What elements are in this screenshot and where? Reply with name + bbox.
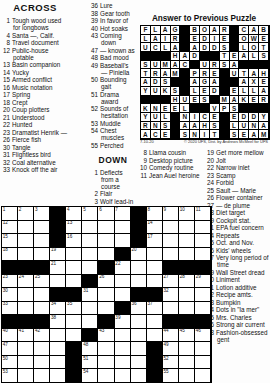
answer-letter-cell: E [259, 78, 269, 87]
answer-letter-cell: L [190, 87, 200, 96]
answer-letter: A [249, 69, 258, 77]
grid-cell[interactable]: 6 [98, 207, 114, 221]
clue-down-2: 2Flair [90, 190, 136, 197]
grid-cell[interactable] [163, 248, 179, 262]
answer-letter: P [220, 104, 229, 112]
answer-letter-cell: L [239, 43, 249, 52]
grid-cell[interactable]: 50 [2, 356, 18, 370]
grid-cell[interactable] [115, 342, 131, 356]
answer-letter: M [259, 130, 268, 138]
grid-cell[interactable] [98, 302, 114, 316]
clue-across-4: 4Santa —, Calif. [2, 32, 68, 39]
grid-cell[interactable] [82, 315, 98, 329]
grid-cell[interactable]: 44 [163, 329, 179, 343]
grid-cell[interactable] [98, 356, 114, 370]
answer-letter-cell: D [239, 113, 249, 122]
grid-cell[interactable] [34, 288, 50, 302]
grid-cell[interactable] [50, 356, 66, 370]
cell-number: 29 [196, 274, 201, 279]
answer-letter: S [180, 130, 189, 138]
clue-number: 53 [90, 120, 98, 127]
grid-cell[interactable]: 32 [163, 288, 179, 302]
grid-cell[interactable] [50, 329, 66, 343]
grid-cell[interactable]: 22 [115, 261, 131, 275]
clue-down-23: 23Scamp [206, 172, 270, 179]
grid-cell[interactable] [82, 234, 98, 248]
answer-letter-cell: E [249, 96, 259, 105]
grid-cell[interactable] [147, 329, 163, 343]
cell-number: 11 [196, 207, 201, 212]
answer-black-cell [180, 69, 190, 78]
grid-cell[interactable]: 53 [2, 369, 18, 383]
clue-across-32: 32Coal alternative [2, 159, 68, 166]
answer-letter: K [161, 87, 170, 95]
grid-cell[interactable] [34, 221, 50, 235]
grid-cell[interactable] [115, 356, 131, 370]
answer-letter: X [249, 78, 258, 86]
grid-cell[interactable] [98, 248, 114, 262]
grid-cell[interactable] [147, 248, 163, 262]
clue-across-21: 21Understood [2, 114, 68, 121]
grid-cell[interactable] [179, 302, 195, 316]
grid-cell[interactable] [163, 302, 179, 316]
grid-cell[interactable] [98, 369, 114, 383]
answer-black-cell [151, 96, 161, 105]
grid-cell[interactable]: 47 [2, 342, 18, 356]
answer-letter-cell: L [230, 122, 240, 131]
answer-letter: B [190, 26, 199, 34]
grid-cell[interactable]: 27 [163, 275, 179, 289]
answer-letter: A [239, 78, 248, 86]
grid-cell[interactable] [34, 356, 50, 370]
answer-letter-cell: A [151, 35, 161, 44]
grid-cell[interactable]: 2 [18, 207, 34, 221]
grid-cell[interactable] [50, 342, 66, 356]
answer-letter: U [239, 122, 248, 130]
answer-letter: R [151, 69, 160, 77]
clue-down-46: 46Strong air current [206, 321, 270, 328]
cell-number: 42 [35, 328, 40, 333]
answer-letter: A [230, 61, 239, 69]
grid-cell[interactable]: 9 [163, 207, 179, 221]
grid-cell[interactable]: 17 [147, 234, 163, 248]
grid-cell[interactable] [18, 302, 34, 316]
answer-letter-cell: L [249, 52, 259, 61]
grid-cell[interactable] [18, 221, 34, 235]
grid-cell[interactable]: 40 [2, 329, 18, 343]
grid-cell[interactable]: 15 [2, 234, 18, 248]
grid-cell[interactable] [66, 248, 82, 262]
grid-cell[interactable] [195, 356, 211, 370]
grid-cell[interactable] [18, 288, 34, 302]
clue-number: 25 [206, 187, 214, 194]
grid-cell[interactable]: 19 [50, 248, 66, 262]
answer-letter-cell: S [161, 78, 171, 87]
grid-cell[interactable] [195, 369, 211, 383]
grid-cell[interactable] [179, 356, 195, 370]
grid-cell[interactable]: 49 [163, 342, 179, 356]
grid-cell[interactable] [131, 369, 147, 383]
grid-cell[interactable]: 30 [2, 288, 18, 302]
grid-cell[interactable] [179, 369, 195, 383]
answer-letter: A [161, 26, 170, 34]
answer-letter-cell: V [210, 104, 220, 113]
grid-cell[interactable]: 20 [131, 248, 147, 262]
answer-letter: F [141, 26, 150, 34]
grid-cell[interactable] [131, 315, 147, 329]
cell-number: 18 [3, 247, 8, 252]
grid-cell[interactable]: 26 [98, 275, 114, 289]
black-cell [2, 315, 18, 329]
answer-letter-cell: E [190, 35, 200, 44]
black-cell [147, 356, 163, 370]
clue-number: 51 [90, 91, 98, 98]
grid-cell[interactable] [18, 342, 34, 356]
puzzle-grid: 1234567891011121314151617181920212223242… [1, 206, 212, 383]
answer-letter-cell: N [249, 122, 259, 131]
clue-number: 47 [90, 47, 98, 54]
answer-letter: A [171, 61, 180, 69]
clue-down-24: 24Forbid [206, 179, 270, 186]
answer-letter: R [259, 96, 268, 104]
clue-number: 36 [90, 2, 98, 9]
grid-cell[interactable] [18, 234, 34, 248]
grid-cell[interactable] [147, 275, 163, 289]
grid-cell[interactable] [179, 342, 195, 356]
grid-cell[interactable]: 7 [115, 207, 131, 221]
grid-cell[interactable]: 1 [2, 207, 18, 221]
answer-letter: O [249, 43, 258, 51]
clue-number: 22 [206, 164, 214, 171]
clue-number: 31 [2, 151, 10, 158]
grid-cell[interactable]: 35 [66, 302, 82, 316]
answer-letter-cell: R [220, 26, 230, 35]
grid-cell[interactable] [179, 248, 195, 262]
black-cell [34, 261, 50, 275]
answer-letter-cell: P [190, 69, 200, 78]
clue-number: 23 [2, 129, 10, 136]
answer-letter-cell: R [200, 69, 210, 78]
clue-across-22: 22Hunted [2, 121, 68, 128]
grid-cell[interactable] [18, 248, 34, 262]
answer-letter-cell: E [200, 87, 210, 96]
grid-cell[interactable]: 41 [18, 329, 34, 343]
grid-cell[interactable]: 16 [66, 234, 82, 248]
answer-letter-cell: E [190, 96, 200, 105]
clue-number: 21 [2, 114, 10, 121]
answer-letter-cell: L [249, 87, 259, 96]
grid-cell[interactable]: 45 [179, 329, 195, 343]
grid-cell[interactable] [98, 221, 114, 235]
grid-cell[interactable]: 12 [2, 221, 18, 235]
cell-number: 23 [3, 274, 8, 279]
grid-cell[interactable]: 39 [115, 315, 131, 329]
answer-letter-cell: H [171, 52, 181, 61]
grid-cell[interactable]: 14 [147, 221, 163, 235]
grid-cell[interactable] [50, 369, 66, 383]
black-cell [195, 315, 211, 329]
grid-cell[interactable] [195, 248, 211, 262]
clue-across-38: 38Gear tooth [90, 10, 136, 17]
answer-letter: D [200, 35, 209, 43]
grid-cell[interactable]: 43 [98, 329, 114, 343]
answer-black-cell [171, 122, 181, 131]
grid-cell[interactable] [18, 369, 34, 383]
grid-cell[interactable] [34, 342, 50, 356]
answer-letter-cell: A [141, 130, 151, 139]
answer-letter-cell: L [161, 113, 171, 122]
grid-cell[interactable] [115, 329, 131, 343]
clue-across-26: 26Fierce fish [2, 136, 68, 143]
cell-number: 19 [51, 247, 56, 252]
answer-letter-cell: U [230, 69, 240, 78]
clue-across-30: 30Tangle [2, 144, 68, 151]
clue-number: 50 [90, 76, 98, 83]
answer-letter-cell: A [249, 69, 259, 78]
answer-letter: N [249, 122, 258, 130]
answer-letter-cell: C [151, 130, 161, 139]
answer-letter: E [259, 35, 268, 43]
answer-letter-cell: O [200, 26, 210, 35]
grid-cell[interactable]: 51 [82, 356, 98, 370]
grid-cell[interactable]: 37 [147, 302, 163, 316]
answer-letter-cell: L [180, 104, 190, 113]
grid-cell[interactable]: 36 [131, 302, 147, 316]
answer-black-cell [230, 26, 240, 35]
cell-number: 33 [3, 301, 8, 306]
clue-number: 17 [2, 91, 10, 98]
cell-number: 36 [131, 301, 136, 306]
black-cell [179, 261, 195, 275]
down-header: DOWN [90, 155, 136, 165]
black-cell [131, 221, 147, 235]
answer-letter: U [141, 43, 150, 51]
across-clues-part1: 1Tough wood used for longbows4Santa —, C… [2, 17, 68, 173]
answer-letter: D [151, 78, 160, 86]
grid-cell[interactable] [34, 369, 50, 383]
grid-cell[interactable] [50, 275, 66, 289]
answer-letter-cell: H [171, 96, 181, 105]
answer-letter: A [230, 96, 239, 104]
grid-cell[interactable]: 10 [179, 207, 195, 221]
grid-cell[interactable] [115, 275, 131, 289]
answer-letter-cell: D [210, 43, 220, 52]
grid-cell[interactable]: 8 [147, 207, 163, 221]
clue-across-13: 13Basin companion [2, 61, 68, 68]
answer-letter-cell: L [141, 35, 151, 44]
answer-letter: S [210, 122, 219, 130]
answer-letter-cell: F [141, 26, 151, 35]
cell-number: 21 [51, 261, 56, 266]
answer-letter: K [239, 96, 248, 104]
grid-cell[interactable] [82, 302, 98, 316]
answer-letter-cell: A [190, 78, 200, 87]
answer-letter-cell: D [200, 43, 210, 52]
grid-cell[interactable]: 42 [34, 329, 50, 343]
cell-number: 32 [164, 288, 169, 293]
grid-cell[interactable] [115, 221, 131, 235]
grid-cell[interactable]: 3 [34, 207, 50, 221]
answer-letter-cell: U [180, 96, 190, 105]
answer-letter: S [230, 104, 239, 112]
cell-number: 1 [3, 207, 6, 212]
answer-letter-cell: I [161, 35, 171, 44]
grid-cell[interactable] [34, 234, 50, 248]
grid-cell[interactable] [115, 369, 131, 383]
answer-letter: D [249, 113, 258, 121]
grid-cell[interactable] [66, 329, 82, 343]
answer-letter-cell: A [180, 52, 190, 61]
answer-letter-cell: S [171, 87, 181, 96]
clue-down-29: 29Cockpit stat. [206, 217, 270, 224]
cell-number: 16 [67, 234, 72, 239]
clue-down-28: 28Diet target [206, 209, 270, 216]
black-cell [2, 261, 18, 275]
cell-number: 12 [3, 220, 8, 225]
grid-cell[interactable]: 38 [50, 315, 66, 329]
answer-letter-cell: W [249, 35, 259, 44]
clue-number: 49 [90, 62, 98, 69]
answer-letter: R [200, 69, 209, 77]
grid-cell[interactable]: 54 [82, 369, 98, 383]
answer-letter-cell: A [259, 87, 269, 96]
answer-letter: E [190, 96, 199, 104]
grid-cell[interactable]: 25 [34, 275, 50, 289]
grid-cell[interactable] [179, 288, 195, 302]
answer-letter: L [180, 104, 189, 112]
grid-cell[interactable]: 46 [195, 329, 211, 343]
grid-cell[interactable]: 28 [179, 275, 195, 289]
answer-letter-cell: S [230, 130, 240, 139]
clue-across-36: 36Lure [90, 2, 136, 9]
clue-number: 22 [2, 121, 10, 128]
answer-letter-cell: T [259, 43, 269, 52]
cell-number: 49 [164, 342, 169, 347]
answer-black-cell [141, 96, 151, 105]
grid-cell[interactable]: 52 [163, 356, 179, 370]
grid-cell[interactable] [34, 302, 50, 316]
answer-letter-cell: I [190, 113, 200, 122]
grid-cell[interactable] [195, 302, 211, 316]
grid-cell[interactable] [131, 261, 147, 275]
answer-letter-cell: D [151, 78, 161, 87]
cell-number: 10 [180, 207, 185, 212]
grid-cell[interactable] [115, 288, 131, 302]
grid-cell[interactable]: 29 [195, 275, 211, 289]
cell-number: 34 [51, 301, 56, 306]
grid-cell[interactable]: 31 [82, 288, 98, 302]
grid-cell[interactable] [195, 221, 211, 235]
grid-cell[interactable] [179, 221, 195, 235]
grid-cell[interactable] [115, 234, 131, 248]
grid-cell[interactable]: 5 [82, 207, 98, 221]
black-cell [66, 342, 82, 356]
grid-cell[interactable]: 21 [50, 261, 66, 275]
answer-letter-cell: N [180, 113, 190, 122]
answer-letter-cell: A [230, 61, 240, 70]
answer-letter: D [239, 113, 248, 121]
answer-letter-cell: S [161, 122, 171, 131]
answer-letter: L [239, 43, 248, 51]
grid-cell[interactable] [82, 248, 98, 262]
answer-letter: S [220, 43, 229, 51]
grid-cell[interactable] [131, 329, 147, 343]
answer-letter: V [210, 104, 219, 112]
grid-cell[interactable] [82, 261, 98, 275]
grid-cell[interactable] [147, 261, 163, 275]
answer-black-cell [161, 96, 171, 105]
grid-cell[interactable] [98, 342, 114, 356]
grid-cell[interactable] [66, 315, 82, 329]
grid-cell[interactable] [163, 234, 179, 248]
cell-number: 35 [67, 301, 72, 306]
grid-cell[interactable] [82, 221, 98, 235]
grid-cell[interactable] [131, 342, 147, 356]
grid-cell[interactable] [195, 342, 211, 356]
answer-letter-cell: M [171, 69, 181, 78]
grid-cell[interactable] [66, 261, 82, 275]
cell-number: 3 [35, 207, 38, 212]
cell-number: 15 [3, 234, 8, 239]
grid-cell[interactable] [195, 234, 211, 248]
answer-letter-cell: L [161, 43, 171, 52]
grid-cell[interactable] [195, 288, 211, 302]
answer-letter: U [151, 113, 160, 121]
answer-letter: A [141, 78, 150, 86]
grid-cell[interactable]: 55 [163, 369, 179, 383]
black-cell [163, 315, 179, 329]
grid-cell[interactable]: 18 [2, 248, 18, 262]
grid-cell[interactable]: 34 [50, 302, 66, 316]
grid-cell[interactable] [131, 275, 147, 289]
answer-letter: A [210, 78, 219, 86]
answer-letter: U [230, 69, 239, 77]
grid-cell[interactable] [34, 248, 50, 262]
grid-cell[interactable] [163, 221, 179, 235]
answer-letter: S [220, 61, 229, 69]
answer-letter: L [230, 122, 239, 130]
grid-cell[interactable]: 11 [195, 207, 211, 221]
answer-letter-cell: A [210, 78, 220, 87]
grid-cell[interactable]: 33 [2, 302, 18, 316]
grid-cell[interactable] [131, 356, 147, 370]
grid-cell[interactable]: 13 [66, 221, 82, 235]
clue-down-1: 1Deflects from a course [90, 169, 136, 190]
grid-cell[interactable] [147, 315, 163, 329]
answer-letter: L [141, 35, 150, 43]
clue-number: 19 [206, 149, 214, 156]
clue-across-18: 18Crept [2, 99, 68, 106]
answer-black-cell [161, 52, 171, 61]
grid-cell[interactable]: 4 [66, 207, 82, 221]
grid-cell[interactable]: 24 [18, 275, 34, 289]
clue-across-1: 1Tough wood used for longbows [2, 17, 68, 31]
grid-cell[interactable] [66, 275, 82, 289]
cell-number: 53 [3, 369, 8, 374]
clue-down-34: 34Repeats [206, 232, 270, 239]
clue-across-49: 49Baseball's — Piniella [90, 62, 136, 76]
answer-letter: B [259, 26, 268, 34]
answer-black-cell [249, 104, 259, 113]
grid-cell[interactable]: 23 [2, 275, 18, 289]
answer-letter-cell: R [171, 35, 181, 44]
grid-cell[interactable]: 48 [82, 342, 98, 356]
clue-across-23: 23Dramatist Henrik — [2, 129, 68, 136]
grid-cell[interactable] [18, 356, 34, 370]
grid-cell[interactable] [98, 288, 114, 302]
grid-cell[interactable] [179, 234, 195, 248]
grid-cell[interactable] [98, 234, 114, 248]
